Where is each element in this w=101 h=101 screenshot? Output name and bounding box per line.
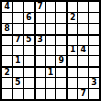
sudoku-cell-r1c9[interactable]	[89, 2, 99, 12]
sudoku-cell-r6c4[interactable]	[35, 56, 45, 66]
sudoku-cell-r5c4[interactable]	[35, 46, 45, 56]
sudoku-cell-r5c5[interactable]	[46, 46, 56, 56]
sudoku-cell-r8c7[interactable]	[67, 78, 77, 88]
sudoku-cell-r4c7[interactable]	[67, 35, 77, 45]
sudoku-cell-r6c3[interactable]	[24, 56, 34, 66]
sudoku-cell-r3c8[interactable]	[78, 24, 88, 34]
sudoku-cell-r5c6[interactable]	[56, 46, 66, 56]
sudoku-board: 47628753141921537	[0, 0, 101, 101]
sudoku-cell-r4c8[interactable]	[78, 35, 88, 45]
sudoku-cell-r7c1[interactable]: 2	[2, 67, 12, 77]
sudoku-cell-r1c5[interactable]	[46, 2, 56, 12]
sudoku-cell-r1c4[interactable]: 7	[35, 2, 45, 12]
sudoku-cell-r3c9[interactable]	[89, 24, 99, 34]
sudoku-cell-r3c4[interactable]	[35, 24, 45, 34]
sudoku-cell-r1c2[interactable]	[13, 2, 23, 12]
sudoku-cell-r3c6[interactable]	[56, 24, 66, 34]
sudoku-cell-r5c7[interactable]: 1	[67, 46, 77, 56]
sudoku-cell-r2c4[interactable]	[35, 13, 45, 23]
sudoku-cell-r9c8[interactable]: 7	[78, 89, 88, 99]
sudoku-cell-r6c5[interactable]	[46, 56, 56, 66]
sudoku-cell-r7c6[interactable]	[56, 67, 66, 77]
sudoku-cell-r4c9[interactable]	[89, 35, 99, 45]
sudoku-cell-r5c8[interactable]: 4	[78, 46, 88, 56]
sudoku-cell-r7c3[interactable]	[24, 67, 34, 77]
sudoku-cell-r8c8[interactable]	[78, 78, 88, 88]
sudoku-cell-r6c6[interactable]: 9	[56, 56, 66, 66]
sudoku-cell-r4c1[interactable]	[2, 35, 12, 45]
sudoku-cell-r7c2[interactable]	[13, 67, 23, 77]
sudoku-cell-r9c5[interactable]	[46, 89, 56, 99]
sudoku-cell-r2c9[interactable]	[89, 13, 99, 23]
sudoku-cell-r1c8[interactable]	[78, 2, 88, 12]
sudoku-cell-r3c5[interactable]	[46, 24, 56, 34]
sudoku-cell-r7c8[interactable]	[78, 67, 88, 77]
sudoku-cell-r3c1[interactable]: 8	[2, 24, 12, 34]
sudoku-cell-r8c3[interactable]	[24, 78, 34, 88]
sudoku-cell-r4c3[interactable]: 5	[24, 35, 34, 45]
sudoku-cell-r9c3[interactable]	[24, 89, 34, 99]
sudoku-cell-r8c9[interactable]: 3	[89, 78, 99, 88]
sudoku-cell-r1c3[interactable]	[24, 2, 34, 12]
sudoku-cell-r9c4[interactable]	[35, 89, 45, 99]
sudoku-cell-r6c2[interactable]: 1	[13, 56, 23, 66]
sudoku-cell-r4c6[interactable]	[56, 35, 66, 45]
sudoku-cell-r7c5[interactable]: 1	[46, 67, 56, 77]
sudoku-cell-r9c7[interactable]	[67, 89, 77, 99]
sudoku-cell-r9c2[interactable]	[13, 89, 23, 99]
sudoku-cell-r4c2[interactable]: 7	[13, 35, 23, 45]
sudoku-cell-r2c8[interactable]	[78, 13, 88, 23]
sudoku-cell-r4c5[interactable]	[46, 35, 56, 45]
sudoku-cell-r6c1[interactable]	[2, 56, 12, 66]
sudoku-cell-r5c1[interactable]	[2, 46, 12, 56]
sudoku-cell-r2c3[interactable]: 6	[24, 13, 34, 23]
sudoku-cell-r2c2[interactable]	[13, 13, 23, 23]
sudoku-cell-r9c1[interactable]	[2, 89, 12, 99]
sudoku-cell-r8c5[interactable]	[46, 78, 56, 88]
sudoku-cell-r8c6[interactable]	[56, 78, 66, 88]
sudoku-cell-r2c5[interactable]	[46, 13, 56, 23]
sudoku-cell-r3c3[interactable]	[24, 24, 34, 34]
sudoku-cell-r1c7[interactable]	[67, 2, 77, 12]
sudoku-cell-r8c4[interactable]	[35, 78, 45, 88]
sudoku-cell-r6c8[interactable]	[78, 56, 88, 66]
sudoku-cell-r7c9[interactable]	[89, 67, 99, 77]
sudoku-cell-r1c6[interactable]	[56, 2, 66, 12]
sudoku-cell-r1c1[interactable]: 4	[2, 2, 12, 12]
sudoku-cell-r6c9[interactable]	[89, 56, 99, 66]
sudoku-cell-r5c9[interactable]	[89, 46, 99, 56]
sudoku-cell-r7c4[interactable]	[35, 67, 45, 77]
sudoku-cell-r7c7[interactable]	[67, 67, 77, 77]
sudoku-cell-r4c4[interactable]: 3	[35, 35, 45, 45]
sudoku-cell-r3c7[interactable]	[67, 24, 77, 34]
sudoku-cell-r2c1[interactable]	[2, 13, 12, 23]
sudoku-cell-r5c2[interactable]	[13, 46, 23, 56]
sudoku-cell-r2c7[interactable]: 2	[67, 13, 77, 23]
sudoku-cell-r6c7[interactable]	[67, 56, 77, 66]
sudoku-cell-r2c6[interactable]	[56, 13, 66, 23]
sudoku-cell-r3c2[interactable]	[13, 24, 23, 34]
sudoku-cell-r5c3[interactable]	[24, 46, 34, 56]
sudoku-cell-r8c1[interactable]	[2, 78, 12, 88]
sudoku-cell-r9c6[interactable]	[56, 89, 66, 99]
sudoku-cell-r8c2[interactable]: 5	[13, 78, 23, 88]
sudoku-cell-r9c9[interactable]	[89, 89, 99, 99]
